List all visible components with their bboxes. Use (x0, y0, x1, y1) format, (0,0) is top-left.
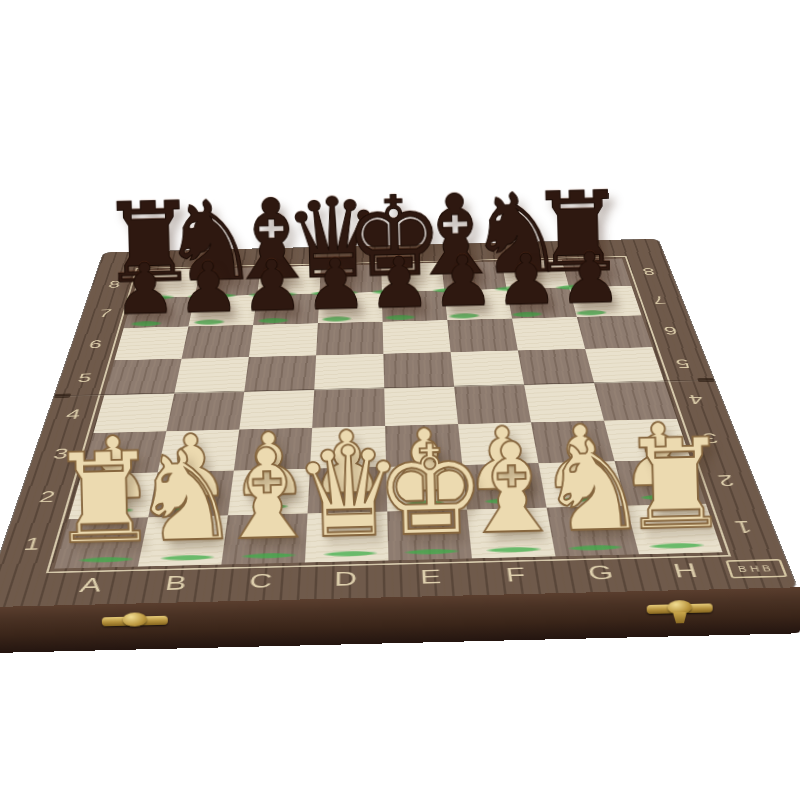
product-photo-canvas: ABCDEFGH8877665544332211 BHB ♜♞♝♛♚♝♞♜♟♟♟… (0, 0, 800, 800)
black-pawn-g7[interactable]: ♟ (494, 244, 558, 316)
square-e5[interactable] (383, 352, 454, 388)
black-pawn-c7[interactable]: ♟ (240, 250, 304, 322)
black-pawn-f7[interactable]: ♟ (431, 246, 495, 318)
square-f5[interactable] (451, 350, 525, 386)
black-pawn-a7[interactable]: ♟ (113, 253, 177, 325)
square-g5[interactable] (518, 349, 594, 385)
maker-stamp: BHB (725, 559, 787, 578)
square-h6[interactable] (577, 315, 653, 348)
rank-label-right-6: 6 (642, 314, 701, 347)
rank-label-right-5: 5 (652, 346, 714, 382)
brass-clasp-right[interactable] (646, 597, 713, 621)
square-a6[interactable] (114, 326, 188, 360)
square-h5[interactable] (585, 347, 664, 383)
square-b6[interactable] (182, 325, 254, 359)
square-f6[interactable] (447, 319, 518, 353)
black-pawn-e7[interactable]: ♟ (367, 247, 431, 319)
black-pawn-b7[interactable]: ♟ (176, 252, 240, 324)
square-c5[interactable] (244, 355, 316, 391)
square-a5[interactable] (104, 359, 181, 396)
square-b5[interactable] (174, 357, 249, 393)
pieces-layer: ♜♞♝♛♚♝♞♜♟♟♟♟♟♟♟♟♟♟♟♟♟♟♟♟♜♞♝♛♚♝♞♜ (0, 0, 790, 10)
square-e6[interactable] (383, 320, 451, 354)
black-pawn-h7[interactable]: ♟ (558, 243, 622, 315)
rank-label-right-8: 8 (622, 257, 676, 285)
brass-clasp-left[interactable] (102, 610, 169, 634)
square-d6[interactable] (316, 322, 383, 356)
square-g6[interactable] (512, 317, 585, 350)
rank-label-left-6: 6 (66, 328, 123, 361)
square-d5[interactable] (314, 354, 384, 390)
rank-label-right-7: 7 (631, 285, 687, 316)
rank-label-left-5: 5 (54, 360, 114, 396)
white-rook-h1[interactable]: ♜ (618, 421, 732, 548)
black-pawn-d7[interactable]: ♟ (304, 249, 368, 321)
chess-set-scene: ABCDEFGH8877665544332211 BHB ♜♞♝♛♚♝♞♜♟♟♟… (0, 0, 800, 800)
square-c6[interactable] (249, 323, 318, 357)
